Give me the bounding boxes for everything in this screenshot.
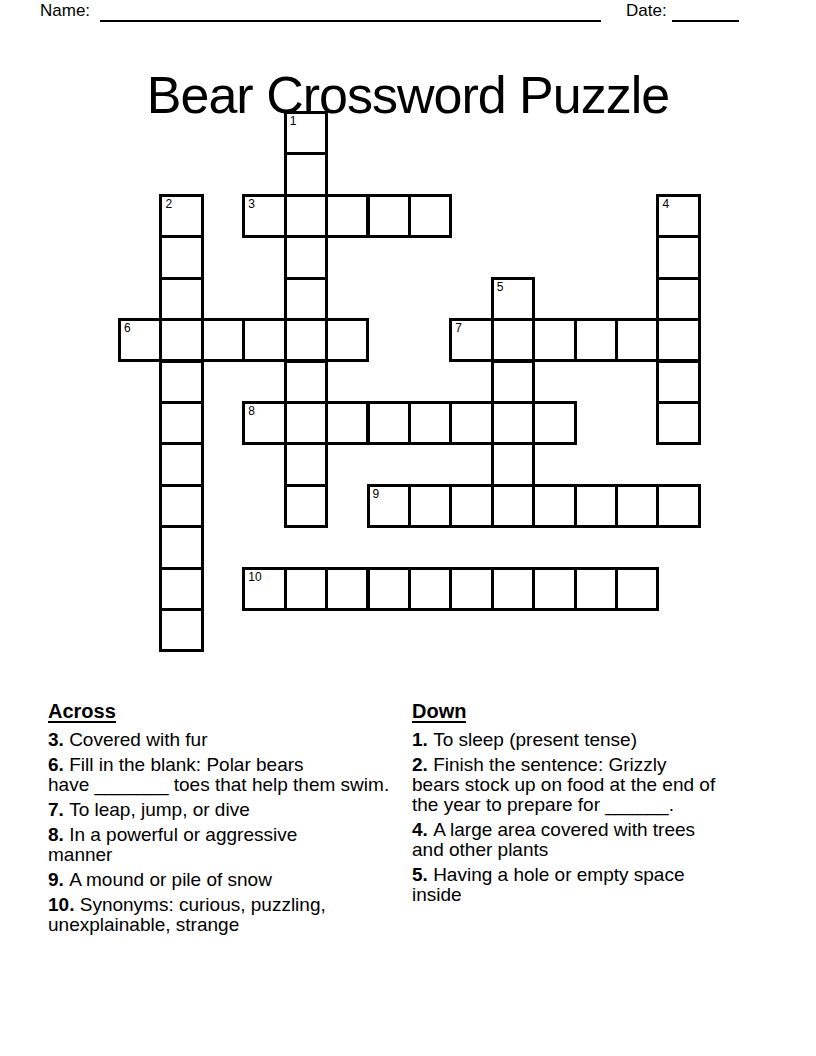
down-clue-2: 2. Finish the sentence: Grizzly bears st… [412, 755, 768, 815]
down-clue-4: 4. A large area covered with trees and o… [412, 820, 768, 860]
worksheet-page: Name: Date: Bear Crossword Puzzle 123456… [0, 0, 816, 1056]
grid-cell-r8c4[interactable] [284, 442, 328, 486]
crossword-grid: 12345678910 [118, 111, 702, 653]
clue-number-label: 9. [48, 869, 69, 890]
grid-cell-r7c4[interactable] [284, 401, 328, 445]
grid-cell-r1c4[interactable] [284, 152, 328, 196]
across-clue-10: 10. Synonyms: curious, puzzling, unexpla… [48, 895, 410, 935]
cell-number-8: 8 [248, 404, 255, 418]
grid-cell-r2c1[interactable]: 2 [159, 194, 203, 238]
grid-cell-r8c9[interactable] [491, 442, 535, 486]
grid-cell-r11c1[interactable] [159, 567, 203, 611]
grid-cell-r11c3[interactable]: 10 [242, 567, 286, 611]
grid-cell-r11c8[interactable] [449, 567, 493, 611]
grid-cell-r2c5[interactable] [325, 194, 369, 238]
grid-cell-r3c13[interactable] [656, 235, 700, 279]
grid-cell-r9c11[interactable] [574, 484, 618, 528]
grid-cell-r5c3[interactable] [242, 318, 286, 362]
grid-cell-r11c10[interactable] [532, 567, 576, 611]
name-blank-line [100, 0, 601, 22]
across-clue-list: 3. Covered with fur6. Fill in the blank:… [48, 730, 410, 935]
grid-cell-r6c1[interactable] [159, 360, 203, 404]
across-heading: Across [48, 701, 116, 723]
down-clues-section: Down 1. To sleep (present tense)2. Finis… [412, 701, 768, 910]
clue-number-label: 4. [412, 819, 433, 840]
cell-number-7: 7 [455, 321, 462, 335]
across-clue-6: 6. Fill in the blank: Polar bears have _… [48, 755, 410, 795]
grid-cell-r9c7[interactable] [408, 484, 452, 528]
grid-cell-r9c4[interactable] [284, 484, 328, 528]
clue-number-label: 2. [412, 754, 433, 775]
grid-cell-r5c1[interactable] [159, 318, 203, 362]
grid-cell-r9c8[interactable] [449, 484, 493, 528]
clue-number-label: 6. [48, 754, 69, 775]
cell-number-3: 3 [248, 197, 255, 211]
grid-cell-r6c4[interactable] [284, 360, 328, 404]
cell-number-4: 4 [662, 197, 669, 211]
grid-cell-r7c7[interactable] [408, 401, 452, 445]
clue-number-label: 7. [48, 799, 69, 820]
grid-cell-r5c9[interactable] [491, 318, 535, 362]
date-blank-line [672, 0, 739, 22]
grid-cell-r5c10[interactable] [532, 318, 576, 362]
across-clues-section: Across 3. Covered with fur6. Fill in the… [48, 701, 410, 940]
grid-cell-r4c13[interactable] [656, 277, 700, 321]
grid-cell-r8c1[interactable] [159, 442, 203, 486]
grid-cell-r3c1[interactable] [159, 235, 203, 279]
grid-cell-r11c11[interactable] [574, 567, 618, 611]
grid-cell-r9c13[interactable] [656, 484, 700, 528]
cell-number-2: 2 [165, 197, 172, 211]
grid-cell-r12c1[interactable] [159, 608, 203, 652]
across-clue-3: 3. Covered with fur [48, 730, 410, 750]
clue-number-label: 5. [412, 864, 433, 885]
grid-cell-r5c8[interactable]: 7 [449, 318, 493, 362]
grid-cell-r7c1[interactable] [159, 401, 203, 445]
grid-cell-r5c0[interactable]: 6 [118, 318, 162, 362]
grid-cell-r9c10[interactable] [532, 484, 576, 528]
clue-number-label: 8. [48, 824, 69, 845]
grid-cell-r5c12[interactable] [615, 318, 659, 362]
grid-cell-r5c2[interactable] [201, 318, 245, 362]
grid-cell-r9c1[interactable] [159, 484, 203, 528]
grid-cell-r9c12[interactable] [615, 484, 659, 528]
across-clue-8: 8. In a powerful or aggressive manner [48, 825, 410, 865]
grid-cell-r3c4[interactable] [284, 235, 328, 279]
clue-number-label: 3. [48, 729, 69, 750]
name-label: Name: [40, 1, 90, 21]
grid-cell-r5c5[interactable] [325, 318, 369, 362]
down-clue-5: 5. Having a hole or empty space inside [412, 865, 768, 905]
clue-number-label: 10. [48, 894, 80, 915]
cell-number-5: 5 [497, 280, 504, 294]
grid-cell-r7c13[interactable] [656, 401, 700, 445]
grid-cell-r6c9[interactable] [491, 360, 535, 404]
grid-cell-r9c9[interactable] [491, 484, 535, 528]
grid-cell-r11c4[interactable] [284, 567, 328, 611]
across-clue-7: 7. To leap, jump, or dive [48, 800, 410, 820]
grid-cell-r7c10[interactable] [532, 401, 576, 445]
grid-cell-r11c9[interactable] [491, 567, 535, 611]
cell-number-1: 1 [290, 114, 297, 128]
grid-cell-r7c8[interactable] [449, 401, 493, 445]
grid-cell-r6c13[interactable] [656, 360, 700, 404]
grid-cell-r5c4[interactable] [284, 318, 328, 362]
down-clue-list: 1. To sleep (present tense)2. Finish the… [412, 730, 768, 905]
down-heading: Down [412, 701, 466, 723]
grid-cell-r4c1[interactable] [159, 277, 203, 321]
grid-cell-r2c13[interactable]: 4 [656, 194, 700, 238]
grid-cell-r11c12[interactable] [615, 567, 659, 611]
grid-cell-r2c7[interactable] [408, 194, 452, 238]
grid-cell-r11c6[interactable] [367, 567, 411, 611]
grid-cell-r0c4[interactable]: 1 [284, 111, 328, 155]
grid-cell-r7c6[interactable] [367, 401, 411, 445]
grid-cell-r11c7[interactable] [408, 567, 452, 611]
grid-cell-r10c1[interactable] [159, 525, 203, 569]
grid-cell-r5c13[interactable] [656, 318, 700, 362]
date-label: Date: [626, 1, 667, 21]
grid-cell-r7c9[interactable] [491, 401, 535, 445]
clue-number-label: 1. [412, 729, 433, 750]
grid-cell-r9c6[interactable]: 9 [367, 484, 411, 528]
down-clue-1: 1. To sleep (present tense) [412, 730, 768, 750]
across-clue-9: 9. A mound or pile of snow [48, 870, 410, 890]
grid-cell-r4c4[interactable] [284, 277, 328, 321]
cell-number-9: 9 [373, 487, 380, 501]
grid-cell-r7c3[interactable]: 8 [242, 401, 286, 445]
grid-cell-r2c3[interactable]: 3 [242, 194, 286, 238]
grid-cell-r2c6[interactable] [367, 194, 411, 238]
grid-cell-r5c11[interactable] [574, 318, 618, 362]
grid-cell-r7c5[interactable] [325, 401, 369, 445]
cell-number-10: 10 [248, 570, 261, 584]
grid-cell-r11c5[interactable] [325, 567, 369, 611]
grid-cell-r2c4[interactable] [284, 194, 328, 238]
cell-number-6: 6 [124, 321, 131, 335]
grid-cell-r4c9[interactable]: 5 [491, 277, 535, 321]
